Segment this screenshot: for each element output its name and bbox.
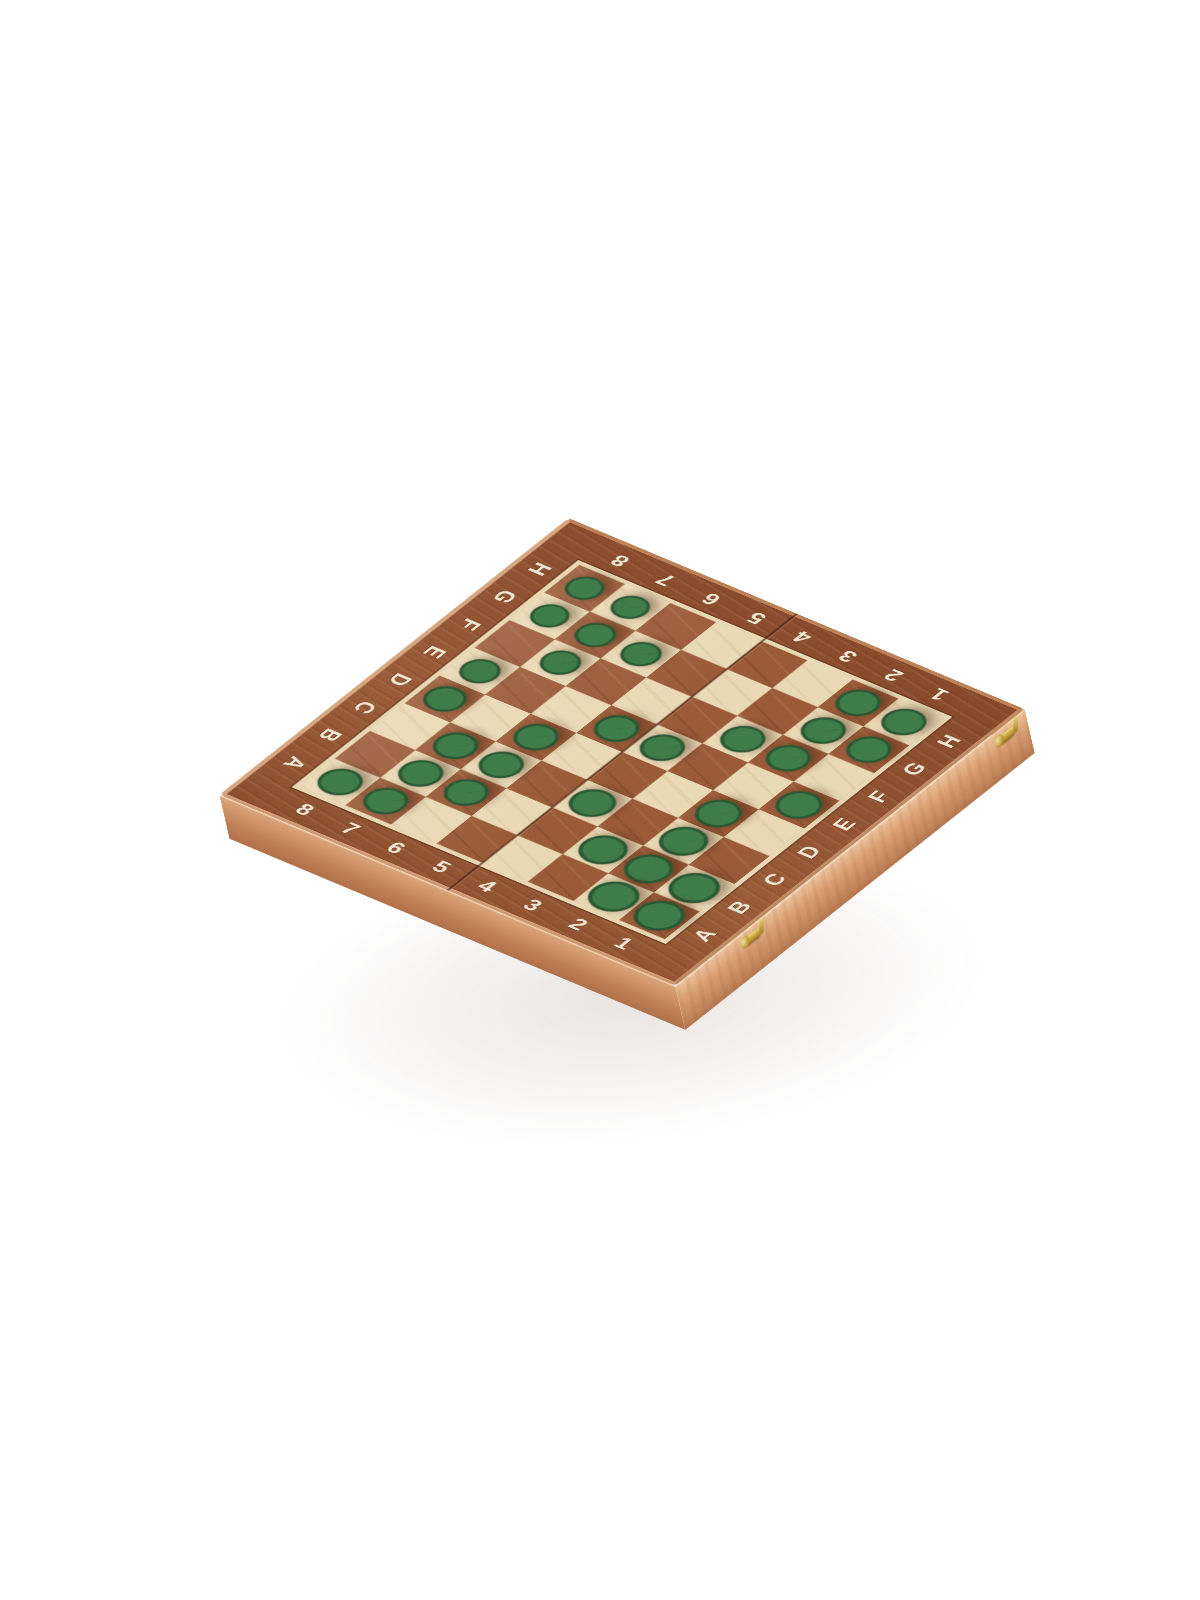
brass-latch-icon bbox=[744, 927, 762, 948]
brass-latch-icon bbox=[998, 725, 1016, 746]
product-photo-scene: AA11BB22CC33DD44EE55FF66GG77HH88 ♜♞♟♝♚♟♟… bbox=[0, 0, 1200, 1600]
